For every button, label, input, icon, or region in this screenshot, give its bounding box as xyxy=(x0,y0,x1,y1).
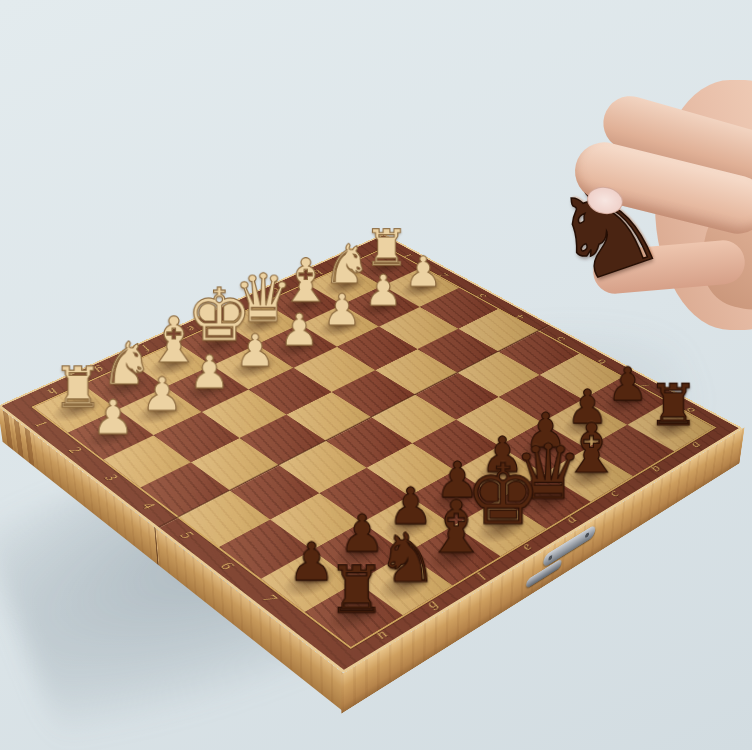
piece-white-pawn-b2[interactable]: ♟ xyxy=(364,269,402,312)
square-e3[interactable] xyxy=(249,368,332,415)
piece-white-pawn-h2[interactable]: ♟ xyxy=(92,393,134,440)
piece-black-rook-a8[interactable]: ♜ xyxy=(648,377,699,434)
piece-white-pawn-d2[interactable]: ♟ xyxy=(279,307,318,351)
screw-icon xyxy=(548,555,552,561)
piece-white-pawn-c2[interactable]: ♟ xyxy=(322,288,361,331)
screw-icon xyxy=(585,532,589,538)
piece-white-pawn-f2[interactable]: ♟ xyxy=(189,349,230,395)
piece-black-rook-h8[interactable]: ♜ xyxy=(327,557,385,622)
piece-white-pawn-g2[interactable]: ♟ xyxy=(141,371,183,417)
piece-black-knight-g8[interactable]: ♞ xyxy=(377,524,438,592)
piece-white-pawn-e2[interactable]: ♟ xyxy=(235,328,275,373)
hand: ♞ xyxy=(535,75,752,355)
